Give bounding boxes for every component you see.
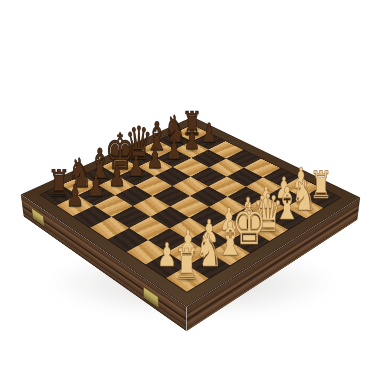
square-c1 — [267, 207, 306, 229]
square-f5 — [132, 196, 170, 217]
square-g1 — [188, 252, 230, 278]
square-h4 — [108, 228, 148, 252]
square-d1 — [249, 218, 289, 241]
square-h3 — [126, 240, 167, 265]
square-e2 — [209, 218, 249, 241]
square-f1 — [209, 240, 250, 265]
square-f4 — [150, 206, 189, 228]
square-h5 — [90, 216, 130, 239]
square-h1 — [166, 265, 209, 292]
square-h6 — [73, 205, 112, 227]
square-h2 — [146, 252, 188, 278]
square-e3 — [189, 207, 228, 229]
square-f2 — [189, 229, 229, 253]
square-e4 — [171, 196, 209, 217]
square-c2 — [247, 197, 285, 218]
square-e1 — [229, 229, 270, 253]
square-g6 — [94, 195, 132, 216]
square-d3 — [209, 196, 247, 217]
square-h7 — [56, 195, 94, 216]
brass-hinge — [31, 208, 44, 227]
square-g2 — [168, 240, 209, 265]
square-f3 — [169, 217, 209, 240]
square-d2 — [228, 207, 267, 229]
square-g5 — [112, 206, 151, 228]
square-b1 — [285, 197, 323, 218]
square-g3 — [148, 228, 188, 252]
product-photo-scene: ♜♞♝♛♚♝♞♜♟♟♟♟♟♟♟♟♟♟♟♟♟♟♟♟♜♞♝♛♚♝♞♜ — [0, 0, 380, 380]
square-g4 — [130, 217, 170, 240]
